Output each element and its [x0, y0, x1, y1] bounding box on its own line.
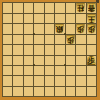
piece-歩-gote-2c[interactable]: 歩	[76, 24, 85, 34]
cell-6b[interactable]	[34, 14, 43, 24]
cell-9g[interactable]	[3, 66, 12, 75]
cell-8i[interactable]	[13, 87, 22, 96]
cell-9d[interactable]	[3, 35, 12, 45]
cell-6i[interactable]	[34, 87, 43, 96]
cell-6a[interactable]	[34, 3, 43, 13]
piece-歩-sente-1f[interactable]: 歩	[87, 56, 96, 66]
cell-3d[interactable]: 歩	[66, 35, 75, 45]
cell-2h[interactable]	[76, 76, 85, 85]
cell-2e[interactable]	[76, 45, 85, 54]
shogi-app: { "game": "shogi", "board": { "size": 9,…	[0, 0, 100, 100]
cell-3e[interactable]	[66, 45, 75, 54]
cell-7e[interactable]	[24, 45, 33, 54]
cell-2b[interactable]	[76, 14, 85, 24]
cell-7g[interactable]	[24, 66, 33, 75]
cell-1h[interactable]	[87, 76, 96, 85]
cell-6d[interactable]	[34, 35, 43, 45]
cell-3a[interactable]	[66, 3, 75, 13]
cell-8h[interactable]	[13, 76, 22, 85]
star-dot	[64, 33, 66, 35]
cell-1i[interactable]	[87, 87, 96, 96]
cell-1f[interactable]: 歩	[87, 56, 96, 66]
cell-3c[interactable]	[66, 24, 75, 34]
piece-歩-gote-1c[interactable]: 歩	[87, 24, 96, 34]
cell-4i[interactable]	[55, 87, 64, 96]
cell-3f[interactable]	[66, 56, 75, 66]
piece-銀-gote-4c[interactable]: 銀	[55, 24, 64, 34]
cell-5a[interactable]	[45, 3, 54, 13]
cell-8c[interactable]	[13, 24, 22, 34]
cell-7f[interactable]	[24, 56, 33, 66]
cell-9b[interactable]	[3, 14, 12, 24]
cell-3g[interactable]	[66, 66, 75, 75]
cell-1e[interactable]	[87, 45, 96, 54]
piece-桂-gote-2a[interactable]: 桂	[76, 3, 85, 13]
piece-香-gote-1a[interactable]: 香	[87, 3, 96, 13]
cell-5i[interactable]	[45, 87, 54, 96]
piece-王-gote-1b[interactable]: 王	[87, 14, 96, 24]
cell-9i[interactable]	[3, 87, 12, 96]
cell-6e[interactable]	[34, 45, 43, 54]
cell-7i[interactable]	[24, 87, 33, 96]
cell-4e[interactable]	[55, 45, 64, 54]
cell-3i[interactable]	[66, 87, 75, 96]
cell-9f[interactable]	[3, 56, 12, 66]
cell-5e[interactable]	[45, 45, 54, 54]
cell-8d[interactable]	[13, 35, 22, 45]
cell-8f[interactable]	[13, 56, 22, 66]
cell-7h[interactable]	[24, 76, 33, 85]
cell-1b[interactable]: 王	[87, 14, 96, 24]
cell-4b[interactable]	[55, 14, 64, 24]
cell-2f[interactable]	[76, 56, 85, 66]
cell-7b[interactable]	[24, 14, 33, 24]
cell-1g[interactable]	[87, 66, 96, 75]
cell-5c[interactable]	[45, 24, 54, 34]
cell-4c[interactable]: 銀	[55, 24, 64, 34]
piece-歩-gote-3d[interactable]: 歩	[66, 35, 75, 45]
board-frame: 桂香王銀歩歩歩歩	[0, 0, 100, 100]
cell-7a[interactable]	[24, 3, 33, 13]
cell-2a[interactable]: 桂	[76, 3, 85, 13]
cell-8b[interactable]	[13, 14, 22, 24]
cell-7d[interactable]	[24, 35, 33, 45]
cell-3b[interactable]	[66, 14, 75, 24]
cell-5h[interactable]	[45, 76, 54, 85]
cell-8a[interactable]	[13, 3, 22, 13]
cell-6h[interactable]	[34, 76, 43, 85]
cell-9a[interactable]	[3, 3, 12, 13]
shogi-board[interactable]: 桂香王銀歩歩歩歩	[2, 2, 97, 97]
cell-2c[interactable]: 歩	[76, 24, 85, 34]
cell-5b[interactable]	[45, 14, 54, 24]
cell-8e[interactable]	[13, 45, 22, 54]
cell-4h[interactable]	[55, 76, 64, 85]
cell-1a[interactable]: 香	[87, 3, 96, 13]
cell-5f[interactable]	[45, 56, 54, 66]
cell-4g[interactable]	[55, 66, 64, 75]
cell-7c[interactable]	[24, 24, 33, 34]
cell-4d[interactable]	[55, 35, 64, 45]
cell-1d[interactable]	[87, 35, 96, 45]
cell-2g[interactable]	[76, 66, 85, 75]
cell-5d[interactable]	[45, 35, 54, 45]
star-dot	[33, 64, 35, 66]
cell-1c[interactable]: 歩	[87, 24, 96, 34]
cell-4a[interactable]	[55, 3, 64, 13]
cell-3h[interactable]	[66, 76, 75, 85]
cell-8g[interactable]	[13, 66, 22, 75]
cell-5g[interactable]	[45, 66, 54, 75]
star-dot	[33, 33, 35, 35]
cell-9h[interactable]	[3, 76, 12, 85]
cell-2i[interactable]	[76, 87, 85, 96]
cell-9e[interactable]	[3, 45, 12, 54]
cell-6c[interactable]	[34, 24, 43, 34]
cell-6g[interactable]	[34, 66, 43, 75]
cell-2d[interactable]	[76, 35, 85, 45]
star-dot	[64, 64, 66, 66]
cell-9c[interactable]	[3, 24, 12, 34]
cell-6f[interactable]	[34, 56, 43, 66]
